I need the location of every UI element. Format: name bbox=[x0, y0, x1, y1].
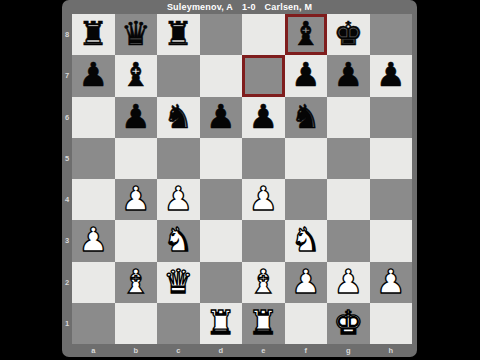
square-c2[interactable]: ♛ bbox=[157, 262, 200, 303]
square-d5[interactable] bbox=[200, 138, 243, 179]
game-header: Suleymenov, A 1-0 Carlsen, M bbox=[62, 0, 417, 14]
file-label-a: a bbox=[72, 344, 115, 357]
square-b3[interactable] bbox=[115, 220, 158, 261]
square-f8[interactable]: ♝ bbox=[285, 14, 328, 55]
piece-white-pawn: ♟ bbox=[78, 223, 108, 256]
piece-black-pawn: ♟ bbox=[248, 100, 278, 133]
square-f7[interactable]: ♟ bbox=[285, 55, 328, 96]
piece-black-pawn: ♟ bbox=[78, 58, 108, 91]
square-d4[interactable] bbox=[200, 179, 243, 220]
square-e6[interactable]: ♟ bbox=[242, 97, 285, 138]
square-g3[interactable] bbox=[327, 220, 370, 261]
square-a7[interactable]: ♟ bbox=[72, 55, 115, 96]
square-c3[interactable]: ♞ bbox=[157, 220, 200, 261]
piece-black-knight: ♞ bbox=[163, 100, 193, 133]
square-g2[interactable]: ♟ bbox=[327, 262, 370, 303]
file-label-b: b bbox=[115, 344, 158, 357]
square-e1[interactable]: ♜ bbox=[242, 303, 285, 344]
square-a8[interactable]: ♜ bbox=[72, 14, 115, 55]
square-g5[interactable] bbox=[327, 138, 370, 179]
square-e4[interactable]: ♟ bbox=[242, 179, 285, 220]
piece-white-pawn: ♟ bbox=[248, 182, 278, 215]
board-frame: Suleymenov, A 1-0 Carlsen, M 87654321 ♜♛… bbox=[62, 0, 417, 357]
square-h5[interactable] bbox=[370, 138, 413, 179]
square-h6[interactable] bbox=[370, 97, 413, 138]
square-f4[interactable] bbox=[285, 179, 328, 220]
file-label-d: d bbox=[200, 344, 243, 357]
game-result: 1-0 bbox=[242, 2, 256, 12]
piece-white-king: ♚ bbox=[333, 306, 363, 339]
file-label-g: g bbox=[327, 344, 370, 357]
rank-label-4: 4 bbox=[62, 179, 72, 220]
file-label-f: f bbox=[285, 344, 328, 357]
square-d6[interactable]: ♟ bbox=[200, 97, 243, 138]
square-b2[interactable]: ♝ bbox=[115, 262, 158, 303]
square-h1[interactable] bbox=[370, 303, 413, 344]
square-b6[interactable]: ♟ bbox=[115, 97, 158, 138]
piece-black-queen: ♛ bbox=[121, 17, 151, 50]
square-b7[interactable]: ♝ bbox=[115, 55, 158, 96]
square-c1[interactable] bbox=[157, 303, 200, 344]
file-label-c: c bbox=[157, 344, 200, 357]
square-g7[interactable]: ♟ bbox=[327, 55, 370, 96]
rank-label-6: 6 bbox=[62, 97, 72, 138]
file-label-h: h bbox=[370, 344, 413, 357]
piece-white-knight: ♞ bbox=[291, 223, 321, 256]
rank-labels: 87654321 bbox=[62, 14, 72, 344]
piece-black-rook: ♜ bbox=[163, 17, 193, 50]
square-g8[interactable]: ♚ bbox=[327, 14, 370, 55]
square-b8[interactable]: ♛ bbox=[115, 14, 158, 55]
square-a2[interactable] bbox=[72, 262, 115, 303]
rank-label-8: 8 bbox=[62, 14, 72, 55]
square-f2[interactable]: ♟ bbox=[285, 262, 328, 303]
square-c8[interactable]: ♜ bbox=[157, 14, 200, 55]
piece-white-queen: ♛ bbox=[163, 265, 193, 298]
square-a6[interactable] bbox=[72, 97, 115, 138]
square-f6[interactable]: ♞ bbox=[285, 97, 328, 138]
square-e7[interactable] bbox=[242, 55, 285, 96]
square-b4[interactable]: ♟ bbox=[115, 179, 158, 220]
piece-black-rook: ♜ bbox=[78, 17, 108, 50]
square-g6[interactable] bbox=[327, 97, 370, 138]
piece-white-pawn: ♟ bbox=[121, 182, 151, 215]
piece-white-knight: ♞ bbox=[163, 223, 193, 256]
rank-label-1: 1 bbox=[62, 303, 72, 344]
piece-black-pawn: ♟ bbox=[291, 58, 321, 91]
piece-black-pawn: ♟ bbox=[121, 100, 151, 133]
square-g1[interactable]: ♚ bbox=[327, 303, 370, 344]
square-c6[interactable]: ♞ bbox=[157, 97, 200, 138]
square-e5[interactable] bbox=[242, 138, 285, 179]
square-e3[interactable] bbox=[242, 220, 285, 261]
square-f5[interactable] bbox=[285, 138, 328, 179]
file-labels: abcdefgh bbox=[72, 344, 412, 357]
piece-black-pawn: ♟ bbox=[333, 58, 363, 91]
piece-black-bishop: ♝ bbox=[121, 58, 151, 91]
piece-white-pawn: ♟ bbox=[291, 265, 321, 298]
chess-board: ♜♛♜♝♚♟♝♟♟♟♟♞♟♟♞♟♟♟♟♞♞♝♛♝♟♟♟♜♜♚ bbox=[72, 14, 412, 344]
square-d7[interactable] bbox=[200, 55, 243, 96]
file-label-e: e bbox=[242, 344, 285, 357]
square-f3[interactable]: ♞ bbox=[285, 220, 328, 261]
square-c7[interactable] bbox=[157, 55, 200, 96]
piece-white-rook: ♜ bbox=[248, 306, 278, 339]
square-a4[interactable] bbox=[72, 179, 115, 220]
black-player-name: Carlsen, M bbox=[265, 2, 313, 12]
square-d1[interactable]: ♜ bbox=[200, 303, 243, 344]
square-a1[interactable] bbox=[72, 303, 115, 344]
square-c5[interactable] bbox=[157, 138, 200, 179]
rank-label-3: 3 bbox=[62, 220, 72, 261]
square-h7[interactable]: ♟ bbox=[370, 55, 413, 96]
square-h3[interactable] bbox=[370, 220, 413, 261]
square-d8[interactable] bbox=[200, 14, 243, 55]
piece-black-knight: ♞ bbox=[291, 100, 321, 133]
piece-white-pawn: ♟ bbox=[333, 265, 363, 298]
square-h2[interactable]: ♟ bbox=[370, 262, 413, 303]
square-d2[interactable] bbox=[200, 262, 243, 303]
square-g4[interactable] bbox=[327, 179, 370, 220]
square-d3[interactable] bbox=[200, 220, 243, 261]
square-a3[interactable]: ♟ bbox=[72, 220, 115, 261]
piece-white-pawn: ♟ bbox=[163, 182, 193, 215]
rank-label-5: 5 bbox=[62, 138, 72, 179]
piece-white-rook: ♜ bbox=[206, 306, 236, 339]
white-player-name: Suleymenov, A bbox=[167, 2, 233, 12]
square-b5[interactable] bbox=[115, 138, 158, 179]
square-c4[interactable]: ♟ bbox=[157, 179, 200, 220]
square-f1[interactable] bbox=[285, 303, 328, 344]
square-h8[interactable] bbox=[370, 14, 413, 55]
piece-black-pawn: ♟ bbox=[206, 100, 236, 133]
square-h4[interactable] bbox=[370, 179, 413, 220]
piece-white-pawn: ♟ bbox=[376, 265, 406, 298]
square-e8[interactable] bbox=[242, 14, 285, 55]
piece-white-bishop: ♝ bbox=[248, 265, 278, 298]
piece-black-pawn: ♟ bbox=[376, 58, 406, 91]
piece-black-king: ♚ bbox=[333, 17, 363, 50]
rank-label-2: 2 bbox=[62, 262, 72, 303]
square-b1[interactable] bbox=[115, 303, 158, 344]
square-e2[interactable]: ♝ bbox=[242, 262, 285, 303]
piece-white-bishop: ♝ bbox=[121, 265, 151, 298]
rank-label-7: 7 bbox=[62, 55, 72, 96]
piece-black-bishop: ♝ bbox=[291, 17, 321, 50]
app-background: Suleymenov, A 1-0 Carlsen, M 87654321 ♜♛… bbox=[0, 0, 480, 360]
square-a5[interactable] bbox=[72, 138, 115, 179]
